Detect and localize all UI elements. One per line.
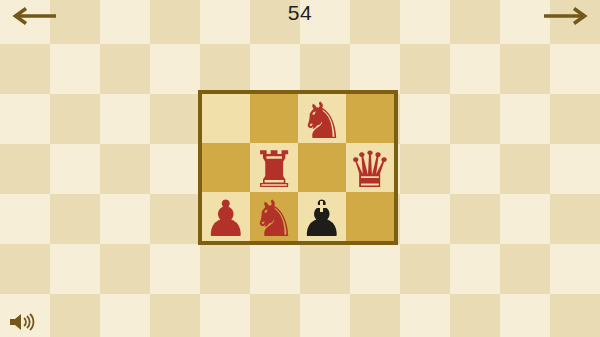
board-cell[interactable] — [250, 94, 298, 143]
red-pawn[interactable]: ♟ — [204, 194, 249, 244]
board-cell[interactable] — [346, 94, 394, 143]
forward-button[interactable] — [540, 2, 592, 30]
arrow-right-icon — [543, 7, 589, 25]
board-cell[interactable] — [298, 143, 346, 192]
red-rook[interactable]: ♜ — [252, 145, 297, 195]
board-cell[interactable]: ♟ — [298, 192, 346, 241]
volume-on-icon — [9, 312, 41, 332]
board-cell[interactable] — [202, 94, 250, 143]
board-cell[interactable] — [202, 143, 250, 192]
red-knight[interactable]: ♞ — [300, 96, 345, 146]
board-cell[interactable]: ♟ — [202, 192, 250, 241]
board-cell[interactable]: ♞ — [298, 94, 346, 143]
red-knight[interactable]: ♞ — [252, 194, 297, 244]
red-queen[interactable]: ♛ — [348, 145, 393, 195]
level-number: 54 — [0, 1, 600, 25]
sound-button[interactable] — [6, 309, 44, 335]
board-cell[interactable]: ♜ — [250, 143, 298, 192]
board-cell[interactable]: ♞ — [250, 192, 298, 241]
chess-board: ♞♜♛♟♞♟ — [198, 90, 398, 245]
board-cell[interactable] — [346, 192, 394, 241]
black-king[interactable]: ♟ — [300, 194, 345, 244]
board-cell[interactable]: ♛ — [346, 143, 394, 192]
